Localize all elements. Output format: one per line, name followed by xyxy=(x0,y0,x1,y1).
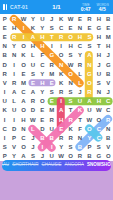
grid-cell[interactable]: H xyxy=(66,42,75,51)
grid-cell[interactable]: R xyxy=(75,152,84,161)
grid-cell[interactable]: T xyxy=(94,42,103,51)
grid-cell[interactable]: Y xyxy=(38,23,47,32)
grid-cell[interactable]: L xyxy=(75,69,84,78)
grid-cell[interactable]: Y xyxy=(75,51,84,60)
grid-cell[interactable]: O xyxy=(104,152,113,161)
grid-cell[interactable]: P xyxy=(0,152,9,161)
grid-cell[interactable]: E xyxy=(0,32,9,41)
grid-cell[interactable]: H xyxy=(104,42,113,51)
grid-cell[interactable]: I xyxy=(0,88,9,97)
grid-cell[interactable]: M xyxy=(19,78,28,87)
grid-cell[interactable]: J xyxy=(75,88,84,97)
grid-cell[interactable]: T xyxy=(66,106,75,115)
grid-cell[interactable]: A xyxy=(57,106,66,115)
grid-cell[interactable]: Y xyxy=(85,133,94,142)
grid-cell[interactable]: U xyxy=(0,97,9,106)
grid-cell[interactable]: F xyxy=(38,51,47,60)
grid-cell[interactable]: I xyxy=(57,97,66,106)
grid-cell[interactable]: Y xyxy=(28,14,37,23)
grid-cell[interactable]: I xyxy=(19,23,28,32)
grid-cell[interactable]: W xyxy=(57,152,66,161)
grid-cell[interactable]: C xyxy=(104,97,113,106)
grid-cell[interactable]: H xyxy=(94,97,103,106)
grid-cell[interactable]: H xyxy=(19,115,28,124)
grid-cell[interactable]: G xyxy=(47,51,56,60)
grid-cell[interactable]: M xyxy=(47,106,56,115)
grid-cell[interactable]: N xyxy=(104,124,113,133)
grid-cell[interactable]: D xyxy=(28,106,37,115)
grid-cell[interactable]: M xyxy=(47,69,56,78)
grid-cell[interactable]: P xyxy=(0,14,9,23)
grid-cell[interactable]: U xyxy=(75,97,84,106)
grid-cell[interactable]: S xyxy=(28,69,37,78)
grid-cell[interactable]: H xyxy=(57,115,66,124)
grid-cell[interactable]: A xyxy=(19,97,28,106)
grid-cell[interactable]: S xyxy=(66,97,75,106)
grid-cell[interactable]: H xyxy=(94,14,103,23)
grid-cell[interactable]: V xyxy=(104,143,113,152)
grid-cell[interactable]: U xyxy=(47,124,56,133)
grid-cell[interactable]: I xyxy=(47,42,56,51)
grid-cell[interactable]: J xyxy=(47,14,56,23)
word-found: MAU xyxy=(2,163,9,168)
grid-cell[interactable]: J xyxy=(104,88,113,97)
grid-cell[interactable]: E xyxy=(47,97,56,106)
grid-cell[interactable]: Y xyxy=(38,88,47,97)
grid-cell[interactable]: R xyxy=(57,133,66,142)
grid-cell[interactable]: N xyxy=(0,42,9,51)
grid-cell[interactable]: I xyxy=(38,143,47,152)
grid-cell[interactable]: N xyxy=(75,23,84,32)
word-remaining: SNOWSHOE xyxy=(87,163,111,168)
grid-cell[interactable]: N xyxy=(75,133,84,142)
grid-cell[interactable]: P xyxy=(9,133,18,142)
grid-cell[interactable]: B xyxy=(75,143,84,152)
grid-cell[interactable]: W xyxy=(85,115,94,124)
grid-cell[interactable]: Y xyxy=(38,69,47,78)
grid-cell[interactable]: R xyxy=(57,88,66,97)
grid-cell[interactable]: H xyxy=(94,32,103,41)
grid-cell[interactable]: I xyxy=(19,32,28,41)
grid-cell[interactable]: Y xyxy=(9,42,18,51)
word-found: SHORTHAIR xyxy=(12,163,38,168)
grid-cell[interactable]: S xyxy=(28,152,37,161)
grid-cell[interactable]: N xyxy=(94,88,103,97)
grid-cell[interactable]: D xyxy=(9,124,18,133)
grid-cell[interactable]: G xyxy=(94,23,103,32)
grid-cell[interactable]: H xyxy=(94,51,103,60)
grid-cell[interactable]: K xyxy=(57,69,66,78)
grid-cell[interactable]: B xyxy=(104,133,113,142)
grid-cell[interactable]: O xyxy=(85,78,94,87)
words-stat-label: WORDS xyxy=(96,3,108,6)
bottom-strip xyxy=(0,171,113,200)
grid-cell[interactable]: K xyxy=(75,106,84,115)
grid-cell[interactable]: C xyxy=(38,60,47,69)
grid-cell[interactable]: H xyxy=(38,42,47,51)
grid-cell[interactable]: E xyxy=(47,78,56,87)
grid-cell[interactable]: N xyxy=(19,124,28,133)
grid-cell[interactable]: R xyxy=(104,115,113,124)
grid-cell[interactable]: K xyxy=(66,124,75,133)
puzzle-board: PRWYUJKWERHBEHIKYSCENEGEERIAHTROHSHMNYOH… xyxy=(0,14,113,161)
grid-cell[interactable]: K xyxy=(0,106,9,115)
grid-cell[interactable]: I xyxy=(47,143,56,152)
grid-cell[interactable]: W xyxy=(66,14,75,23)
grid-cell[interactable]: R xyxy=(28,97,37,106)
grid-cell[interactable]: R xyxy=(85,88,94,97)
grid-cell[interactable]: A xyxy=(28,32,37,41)
grid-cell[interactable]: E xyxy=(19,69,28,78)
grid-cell[interactable]: O xyxy=(66,152,75,161)
grid-cell[interactable]: I xyxy=(57,42,66,51)
grid-cell[interactable]: T xyxy=(75,115,84,124)
grid-cell[interactable]: S xyxy=(0,143,9,152)
words-stat: WORDS 4/5 xyxy=(95,3,110,12)
pause-button[interactable] xyxy=(3,4,7,10)
grid-cell[interactable]: E xyxy=(104,23,113,32)
grid-cell[interactable]: K xyxy=(19,51,28,60)
grid-cell[interactable]: U xyxy=(28,60,37,69)
grid-cell[interactable]: D xyxy=(38,124,47,133)
grid-cell[interactable]: C xyxy=(94,133,103,142)
grid-cell[interactable]: I xyxy=(0,115,9,124)
grid-cell[interactable]: L xyxy=(75,78,84,87)
grid-cell[interactable]: U xyxy=(85,106,94,115)
grid-cell[interactable]: E xyxy=(85,23,94,32)
grid-cell[interactable]: J xyxy=(104,51,113,60)
grid-cell[interactable]: E xyxy=(38,106,47,115)
word-search-app: CAT-01 1/1 TIME 0:47 WORDS 4/5 PRWYUJKWE… xyxy=(0,0,113,200)
grid-cell[interactable]: D xyxy=(0,60,9,69)
grid-cell[interactable]: J xyxy=(94,60,103,69)
grid-cell[interactable]: I xyxy=(9,60,18,69)
grid-cell[interactable]: B xyxy=(38,133,47,142)
grid-cell[interactable]: A xyxy=(9,88,18,97)
grid-cell[interactable]: O xyxy=(66,69,75,78)
grid-cell[interactable]: L xyxy=(28,124,37,133)
grid-cell[interactable]: G xyxy=(94,152,103,161)
letter-grid[interactable]: PRWYUJKWERHBEHIKYSCENEGEERIAHTROHSHMNYOH… xyxy=(0,14,113,161)
grid-cell[interactable]: J xyxy=(38,152,47,161)
grid-cell[interactable]: O xyxy=(19,60,28,69)
grid-cell[interactable]: E xyxy=(0,23,9,32)
grid-cell[interactable]: W xyxy=(19,14,28,23)
grid-cell[interactable]: Y xyxy=(9,152,18,161)
grid-cell[interactable]: U xyxy=(9,106,18,115)
grid-cell[interactable]: C xyxy=(104,106,113,115)
grid-cell[interactable]: R xyxy=(66,133,75,142)
time-stat: TIME 0:47 xyxy=(81,3,91,12)
grid-cell[interactable]: K xyxy=(28,23,37,32)
grid-cell[interactable]: B xyxy=(104,14,113,23)
grid-cell[interactable]: O xyxy=(66,32,75,41)
grid-cell[interactable]: U xyxy=(38,14,47,23)
grid-cell[interactable]: S xyxy=(47,88,56,97)
grid-cell[interactable]: R xyxy=(9,78,18,87)
grid-cell[interactable]: S xyxy=(85,32,94,41)
grid-cell[interactable]: N xyxy=(85,60,94,69)
grid-cell[interactable]: I xyxy=(9,69,18,78)
grid-cell[interactable]: R xyxy=(85,14,94,23)
grid-cell[interactable]: L xyxy=(9,97,18,106)
grid-cell[interactable]: W xyxy=(66,60,75,69)
grid-cell[interactable]: W xyxy=(28,115,37,124)
grid-cell[interactable]: R xyxy=(0,69,9,78)
grid-cell[interactable]: C xyxy=(19,133,28,142)
grid-cell[interactable]: O xyxy=(38,97,47,106)
grid-cell[interactable]: H xyxy=(9,23,18,32)
grid-cell[interactable]: N xyxy=(9,51,18,60)
grid-cell[interactable]: E xyxy=(75,14,84,23)
words-stat-value: 4/5 xyxy=(99,7,106,12)
grid-cell[interactable]: K xyxy=(57,14,66,23)
level-progress: 1/1 xyxy=(52,4,60,10)
grid-cell[interactable]: P xyxy=(85,143,94,152)
grid-cell[interactable]: A xyxy=(19,152,28,161)
grid-cell[interactable]: U xyxy=(47,152,56,161)
grid-cell[interactable]: O xyxy=(19,143,28,152)
grid-cell[interactable]: E xyxy=(66,23,75,32)
time-stat-value: 0:47 xyxy=(81,7,91,12)
grid-cell[interactable]: V xyxy=(104,78,113,87)
grid-cell[interactable]: O xyxy=(19,106,28,115)
time-stat-label: TIME xyxy=(82,3,90,6)
grid-cell[interactable]: E xyxy=(57,124,66,133)
grid-cell[interactable]: B xyxy=(47,133,56,142)
grid-cell[interactable]: W xyxy=(94,106,103,115)
grid-cell[interactable]: S xyxy=(94,143,103,152)
grid-cell[interactable]: R xyxy=(66,115,75,124)
grid-cell[interactable]: C xyxy=(75,42,84,51)
grid-cell[interactable]: B xyxy=(104,69,113,78)
grid-cell[interactable]: R xyxy=(47,60,56,69)
grid-cell[interactable]: F xyxy=(75,124,84,133)
word-found: ANGORA xyxy=(65,163,85,168)
grid-cell[interactable]: E xyxy=(38,115,47,124)
grid-cell[interactable]: H xyxy=(38,32,47,41)
grid-cell[interactable]: J xyxy=(28,143,37,152)
category-label: CAT-01 xyxy=(10,4,28,10)
grid-cell[interactable]: A xyxy=(85,97,94,106)
grid-cell[interactable]: B xyxy=(85,152,94,161)
grid-cell[interactable]: O xyxy=(94,115,103,124)
grid-cell[interactable]: L xyxy=(28,51,37,60)
grid-cell[interactable]: O xyxy=(85,124,94,133)
grid-cell[interactable]: H xyxy=(28,42,37,51)
grid-cell[interactable]: R xyxy=(9,32,18,41)
grid-cell[interactable]: T xyxy=(47,32,56,41)
grid-cell[interactable]: R xyxy=(47,115,56,124)
grid-cell[interactable]: E xyxy=(28,78,37,87)
grid-cell[interactable]: M xyxy=(104,32,113,41)
grid-cell[interactable]: C xyxy=(94,124,103,133)
grid-cell[interactable]: R xyxy=(9,14,18,23)
grid-cell[interactable]: I xyxy=(0,133,9,142)
word-list-bar: MAUSHORTHAIRCHAUSIEANGORASNOWSHOE xyxy=(2,160,111,171)
grid-cell[interactable]: C xyxy=(19,88,28,97)
grid-cell[interactable]: I xyxy=(9,115,18,124)
grid-cell[interactable]: C xyxy=(0,124,9,133)
grid-cell[interactable]: S xyxy=(94,78,103,87)
grid-cell[interactable]: J xyxy=(28,133,37,142)
grid-cell[interactable]: R xyxy=(57,32,66,41)
grid-cell[interactable]: B xyxy=(0,51,9,60)
grid-cell[interactable]: S xyxy=(85,42,94,51)
grid-cell[interactable]: O xyxy=(19,42,28,51)
grid-cell[interactable]: Y xyxy=(57,143,66,152)
grid-cell[interactable]: V xyxy=(0,78,9,87)
grid-cell[interactable]: H xyxy=(75,32,84,41)
grid-cell[interactable]: U xyxy=(94,69,103,78)
grid-cell[interactable]: S xyxy=(66,143,75,152)
grid-cell[interactable]: N xyxy=(66,78,75,87)
grid-cell[interactable]: S xyxy=(47,23,56,32)
word-found: CHAUSIE xyxy=(42,163,62,168)
grid-cell[interactable]: R xyxy=(75,60,84,69)
grid-cell[interactable]: S xyxy=(66,88,75,97)
grid-cell[interactable]: N xyxy=(57,60,66,69)
grid-cell[interactable]: A xyxy=(85,51,94,60)
top-bar: CAT-01 1/1 TIME 0:47 WORDS 4/5 xyxy=(0,0,113,14)
grid-cell[interactable]: V xyxy=(9,143,18,152)
stats-group: TIME 0:47 WORDS 4/5 xyxy=(81,3,110,12)
grid-cell[interactable]: G xyxy=(85,69,94,78)
grid-cell[interactable]: O xyxy=(57,51,66,60)
grid-cell[interactable]: K xyxy=(57,78,66,87)
grid-cell[interactable]: A xyxy=(28,88,37,97)
grid-cell[interactable]: G xyxy=(104,60,113,69)
grid-cell[interactable]: H xyxy=(38,78,47,87)
grid-cell[interactable]: S xyxy=(66,51,75,60)
grid-cell[interactable]: C xyxy=(57,23,66,32)
